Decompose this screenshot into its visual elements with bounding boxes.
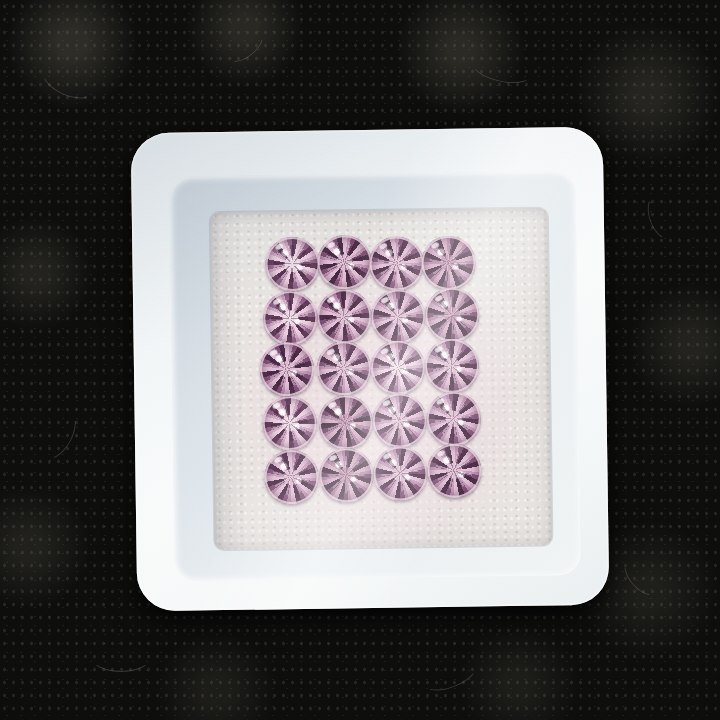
gem-r1c3: [369, 236, 424, 291]
gem-r3c2: [316, 341, 371, 396]
fabric-fiber: [31, 404, 84, 466]
foam-insert: [210, 208, 553, 551]
gems-grid: [264, 235, 480, 502]
box-bevel: [169, 171, 581, 581]
gem-r2c2: [316, 289, 371, 344]
gem-r2c3: [370, 290, 425, 345]
gem-r3c1: [259, 342, 314, 397]
gem-r4c1: [262, 396, 317, 451]
gem-r3c4: [424, 339, 479, 394]
gem-r1c2: [317, 234, 372, 289]
gem-r5c4: [427, 443, 482, 498]
gem-r3c3: [370, 340, 425, 395]
gem-r4c3: [372, 393, 427, 448]
photo-stage: [0, 0, 720, 720]
gem-r4c4: [426, 391, 481, 446]
gem-box: [131, 127, 610, 612]
fabric-fiber: [641, 187, 688, 245]
gem-r5c3: [373, 446, 428, 501]
gem-r5c1: [264, 449, 319, 504]
gem-r1c4: [421, 235, 476, 290]
gem-r2c1: [262, 291, 317, 346]
gem-r4c2: [318, 395, 373, 450]
gem-r1c1: [265, 236, 320, 291]
fabric-fiber: [35, 49, 104, 106]
gem-r5c2: [319, 448, 374, 503]
fabric-fiber: [417, 651, 481, 697]
fabric-fiber: [90, 640, 152, 672]
fabric-fiber: [617, 547, 671, 603]
fabric-fiber: [467, 43, 538, 88]
gem-r2c4: [424, 288, 479, 343]
fabric-fiber: [216, 19, 269, 69]
